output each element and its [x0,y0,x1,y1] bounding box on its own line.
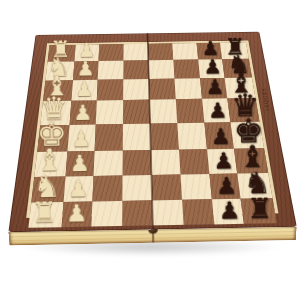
square-r5-c4 [123,124,151,151]
square-r2-c3 [98,61,124,80]
square-r7-c5 [152,174,182,200]
square-r8-c8: ♜ [241,198,277,224]
square-r4-c3 [96,100,123,124]
square-r4-c4 [123,100,150,124]
square-r8-c5 [152,200,183,226]
square-r6-c2: ♟ [65,151,95,176]
square-r6-c4 [123,150,152,175]
square-r1-c3 [99,44,124,61]
square-r2-c5 [148,60,174,79]
square-r2-c4 [124,60,149,79]
square-r1-c6 [172,43,198,60]
black-pawn-piece: ♟ [218,199,240,223]
black-pawn-piece: ♟ [210,126,230,148]
square-r6-c7: ♟ [206,149,237,174]
square-r5-c2: ♟ [67,124,96,151]
square-r8-c7: ♟ [211,199,244,225]
latch-clasp-icon [148,226,157,233]
square-r8-c2: ♟ [61,201,93,227]
black-rook-piece: ♜ [247,194,273,223]
black-pawn-piece: ♟ [213,150,234,173]
square-r7-c7: ♟ [209,173,241,199]
square-r3-c7: ♟ [200,78,228,99]
white-pawn-piece: ♟ [73,103,92,124]
chess-board-grid: ♜♟♟♜♞♟♟♞♝♟♟♝♛♟♟♛♚♟♟♚♝♟♟♝♞♟♟♞♜♟♟♜ [30,42,275,215]
white-pawn-piece: ♟ [65,202,87,226]
square-r5-c6 [177,123,206,150]
white-pawn-piece: ♟ [75,79,94,100]
square-r8-c4 [122,200,153,226]
square-r5-c5 [150,123,179,150]
square-r8-c6 [182,199,214,225]
square-r7-c2: ♟ [63,176,94,202]
square-r4-c7: ♟ [202,98,231,122]
black-pawn-piece: ♟ [205,77,224,98]
white-pawn-piece: ♟ [67,177,88,201]
square-r4-c6 [176,99,204,123]
chess-board-3d: ♜♟♟♜♞♟♟♞♝♟♟♝♛♟♟♛♚♟♟♚♝♟♟♝♞♟♟♞♜♟♟♜ JAQUES [8,32,296,232]
black-pawn-piece: ♟ [215,175,236,199]
black-pawn-piece: ♟ [208,101,227,122]
square-r2-c6 [173,60,199,79]
square-r7-c3 [93,175,123,201]
square-r8-c1: ♜ [28,202,63,228]
square-r4-c2: ♟ [69,100,97,125]
board-walnut-border: ♜♟♟♜♞♟♟♞♝♟♟♝♛♟♟♛♚♟♟♚♝♟♟♝♞♟♟♞♜♟♟♜ JAQUES [8,32,296,232]
product-photo-chess-set: ♜♟♟♜♞♟♟♞♝♟♟♝♛♟♟♛♚♟♟♚♝♟♟♝♞♟♟♞♜♟♟♜ JAQUES [0,0,300,300]
square-r1-c4 [124,44,149,61]
white-pawn-piece: ♟ [71,128,91,150]
square-r4-c5 [149,99,177,123]
square-r7-c6 [180,174,211,200]
brand-engraving: JAQUES [259,87,271,110]
square-r6-c6 [179,149,209,174]
square-r3-c4 [123,79,149,100]
square-r7-c4 [123,175,153,201]
square-r5-c3 [95,124,123,151]
square-r1-c5 [148,43,173,60]
square-r6-c5 [151,150,180,175]
square-r3-c6 [174,78,201,99]
square-r5-c7: ♟ [204,122,234,149]
white-pawn-piece: ♟ [69,153,90,176]
square-r6-c3 [94,151,123,176]
square-r3-c5 [149,79,176,100]
square-r3-c3 [97,79,123,100]
white-rook-piece: ♜ [31,198,57,227]
square-r8-c3 [92,201,123,227]
square-r3-c2: ♟ [71,80,98,101]
